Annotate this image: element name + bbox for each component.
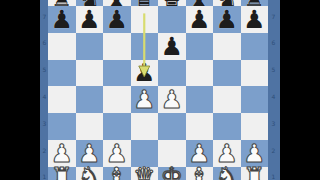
square-c1[interactable]: ♝ (103, 167, 131, 180)
square-h7[interactable]: ♟ (241, 6, 269, 33)
square-c6[interactable] (103, 33, 131, 60)
rank-label-3: 3 (270, 120, 277, 127)
square-h5[interactable] (241, 60, 269, 87)
square-g2[interactable]: ♟ (213, 140, 241, 167)
rank-label-6: 6 (270, 39, 277, 46)
square-c5[interactable] (103, 60, 131, 87)
square-f4[interactable] (186, 86, 214, 113)
square-b2[interactable]: ♟ (76, 140, 104, 167)
piece-white-bishop-c1[interactable]: ♝ (106, 164, 128, 180)
piece-white-rook-a1[interactable]: ♜ (51, 164, 73, 180)
square-h4[interactable] (241, 86, 269, 113)
square-d7[interactable] (131, 6, 159, 33)
square-b1[interactable]: ♞ (76, 167, 104, 180)
square-h1[interactable]: ♜ (241, 167, 269, 180)
square-g3[interactable] (213, 113, 241, 140)
piece-black-pawn-d5[interactable]: ♟ (133, 60, 155, 85)
piece-white-pawn-d4[interactable]: ♟ (133, 87, 155, 112)
piece-white-queen-d1[interactable]: ♛ (133, 164, 155, 180)
square-b4[interactable] (76, 86, 104, 113)
piece-black-pawn-h7[interactable]: ♟ (243, 7, 265, 32)
square-a1[interactable]: ♜ (48, 167, 76, 180)
square-c7[interactable]: ♟ (103, 6, 131, 33)
square-b7[interactable]: ♟ (76, 6, 104, 33)
rank-label-5: 5 (270, 66, 277, 73)
square-a3[interactable] (48, 113, 76, 140)
rank-label-2: 2 (41, 147, 48, 154)
rank-label-2: 2 (270, 147, 277, 154)
square-c2[interactable]: ♟ (103, 140, 131, 167)
square-f3[interactable] (186, 113, 214, 140)
rank-label-1: 1 (270, 173, 277, 180)
square-c3[interactable] (103, 113, 131, 140)
square-b5[interactable] (76, 60, 104, 87)
square-e5[interactable] (158, 60, 186, 87)
square-f2[interactable]: ♟ (186, 140, 214, 167)
square-g7[interactable]: ♟ (213, 6, 241, 33)
square-a6[interactable] (48, 33, 76, 60)
square-g6[interactable] (213, 33, 241, 60)
piece-white-pawn-a2[interactable]: ♟ (51, 141, 73, 166)
square-e6[interactable]: ♟ (158, 33, 186, 60)
piece-white-knight-b1[interactable]: ♞ (78, 164, 100, 180)
rank-label-4: 4 (270, 93, 277, 100)
piece-black-pawn-b7[interactable]: ♟ (78, 7, 100, 32)
piece-black-pawn-f7[interactable]: ♟ (188, 7, 210, 32)
video-frame: ♜♞♝♛♚♝♞♜♟♟♟♟♟♟♟♟♟♟♟♟♟♟♟♟♜♞♝♛♚♝♞♜ 8765432… (0, 0, 320, 180)
square-d5[interactable]: ♟ (131, 60, 159, 87)
square-g4[interactable] (213, 86, 241, 113)
piece-black-pawn-e6[interactable]: ♟ (161, 34, 183, 59)
square-g5[interactable] (213, 60, 241, 87)
chess-board: ♜♞♝♛♚♝♞♜♟♟♟♟♟♟♟♟♟♟♟♟♟♟♟♟♜♞♝♛♚♝♞♜ (48, 0, 268, 180)
rank-label-6: 6 (41, 39, 48, 46)
square-e4[interactable]: ♟ (158, 86, 186, 113)
piece-white-rook-h1[interactable]: ♜ (243, 164, 265, 180)
square-a4[interactable] (48, 86, 76, 113)
square-f7[interactable]: ♟ (186, 6, 214, 33)
square-d2[interactable] (131, 140, 159, 167)
square-e2[interactable] (158, 140, 186, 167)
rank-label-7: 7 (41, 13, 48, 20)
piece-black-pawn-c7[interactable]: ♟ (106, 7, 128, 32)
piece-black-pawn-a7[interactable]: ♟ (51, 7, 73, 32)
piece-white-pawn-e4[interactable]: ♟ (161, 87, 183, 112)
piece-black-pawn-g7[interactable]: ♟ (216, 7, 238, 32)
rank-label-7: 7 (270, 13, 277, 20)
square-f5[interactable] (186, 60, 214, 87)
square-d1[interactable]: ♛ (131, 167, 159, 180)
square-a2[interactable]: ♟ (48, 140, 76, 167)
square-b6[interactable] (76, 33, 104, 60)
square-h6[interactable] (241, 33, 269, 60)
piece-white-pawn-b2[interactable]: ♟ (78, 141, 100, 166)
square-f1[interactable]: ♝ (186, 167, 214, 180)
square-d3[interactable] (131, 113, 159, 140)
piece-white-king-e1[interactable]: ♚ (161, 164, 183, 180)
square-d6[interactable] (131, 33, 159, 60)
square-b3[interactable] (76, 113, 104, 140)
piece-white-pawn-c2[interactable]: ♟ (106, 141, 128, 166)
piece-white-knight-g1[interactable]: ♞ (216, 164, 238, 180)
rank-label-3: 3 (41, 120, 48, 127)
square-a5[interactable] (48, 60, 76, 87)
rank-label-5: 5 (41, 66, 48, 73)
square-c4[interactable] (103, 86, 131, 113)
piece-white-pawn-f2[interactable]: ♟ (188, 141, 210, 166)
piece-white-pawn-g2[interactable]: ♟ (216, 141, 238, 166)
square-e7[interactable] (158, 6, 186, 33)
square-d4[interactable]: ♟ (131, 86, 159, 113)
square-a7[interactable]: ♟ (48, 6, 76, 33)
piece-white-bishop-f1[interactable]: ♝ (188, 164, 210, 180)
square-e1[interactable]: ♚ (158, 167, 186, 180)
square-e3[interactable] (158, 113, 186, 140)
rank-label-1: 1 (41, 173, 48, 180)
square-g1[interactable]: ♞ (213, 167, 241, 180)
rank-label-4: 4 (41, 93, 48, 100)
piece-white-pawn-h2[interactable]: ♟ (243, 141, 265, 166)
square-f6[interactable] (186, 33, 214, 60)
square-h3[interactable] (241, 113, 269, 140)
square-h2[interactable]: ♟ (241, 140, 269, 167)
